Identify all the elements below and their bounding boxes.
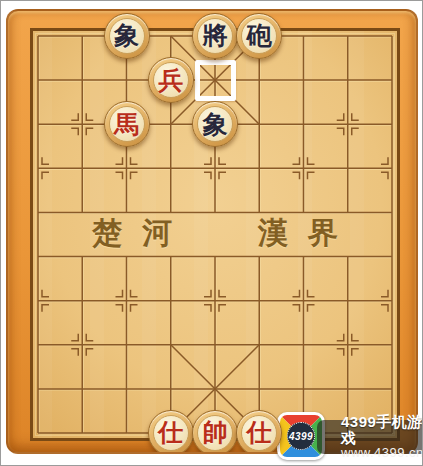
piece-face: 兵 [153,62,189,98]
piece-glyph: 仕 [158,420,183,445]
piece-face: 仕 [241,415,277,451]
piece-face: 將 [197,18,233,54]
piece-black-general[interactable]: 將 [192,13,238,59]
piece-red-advisor[interactable]: 仕 [148,410,194,454]
piece-red-advisor[interactable]: 仕 [236,410,282,454]
piece-glyph: 仕 [247,420,272,445]
piece-face: 象 [109,18,145,54]
piece-red-horse[interactable]: 馬 [104,101,150,147]
watermark-title: 4399手机游戏 [341,414,423,446]
piece-glyph: 帥 [203,420,228,445]
piece-glyph: 象 [114,23,139,48]
piece-grid: 象將砲兵馬象仕帥仕 [16,14,414,454]
page: 楚河 漢界 象將砲兵馬象仕帥仕 4399 4399手机游戏 www.4399.c… [0,0,423,466]
xiangqi-board[interactable]: 楚河 漢界 象將砲兵馬象仕帥仕 [6,9,418,454]
piece-glyph: 將 [203,23,228,48]
piece-face: 砲 [241,18,277,54]
logo-text: 4399 [289,431,313,442]
piece-glyph: 象 [203,112,228,137]
piece-face: 馬 [109,106,145,142]
piece-glyph: 砲 [247,23,272,48]
piece-face: 帥 [197,415,233,451]
piece-glyph: 兵 [158,68,183,93]
watermark-bar: 4399手机游戏 www.4399.cn [317,420,423,454]
last-move-highlight-square [195,60,236,101]
logo-circle: 4399 [287,422,315,450]
piece-red-soldier[interactable]: 兵 [148,57,194,103]
piece-glyph: 馬 [114,112,139,137]
piece-black-elephant[interactable]: 象 [192,101,238,147]
piece-face: 仕 [153,415,189,451]
piece-black-cannon[interactable]: 砲 [236,13,282,59]
piece-black-elephant[interactable]: 象 [104,13,150,59]
piece-red-general[interactable]: 帥 [192,410,238,454]
piece-face: 象 [197,106,233,142]
watermark-url[interactable]: www.4399.cn [341,446,423,460]
